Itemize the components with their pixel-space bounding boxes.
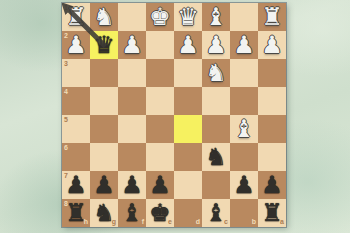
- square-g4[interactable]: [90, 87, 118, 115]
- square-d6[interactable]: [174, 143, 202, 171]
- square-h5[interactable]: 5: [62, 115, 90, 143]
- square-h7[interactable]: 7♟: [62, 171, 90, 199]
- square-e6[interactable]: [146, 143, 174, 171]
- square-d2[interactable]: ♟: [174, 31, 202, 59]
- square-e1[interactable]: ♚: [146, 3, 174, 31]
- square-d1[interactable]: ♛: [174, 3, 202, 31]
- square-e7[interactable]: ♟: [146, 171, 174, 199]
- piece-bB-f8[interactable]: ♝: [118, 199, 146, 227]
- square-h1[interactable]: 1♜: [62, 3, 90, 31]
- square-g3[interactable]: [90, 59, 118, 87]
- square-f2[interactable]: ♟: [118, 31, 146, 59]
- square-b4[interactable]: [230, 87, 258, 115]
- square-c3[interactable]: ♞: [202, 59, 230, 87]
- square-d7[interactable]: [174, 171, 202, 199]
- square-c1[interactable]: ♝: [202, 3, 230, 31]
- square-a6[interactable]: [258, 143, 286, 171]
- rank-label-3: 3: [64, 60, 68, 68]
- square-b2[interactable]: ♟: [230, 31, 258, 59]
- square-b1[interactable]: [230, 3, 258, 31]
- page-background: 1♜♞♚♛♝♜2♟♛♟♟♟♟♟3♞45♝6♞7♟♟♟♟♟♟8h♜g♞f♝e♚dc…: [0, 0, 350, 233]
- square-f1[interactable]: [118, 3, 146, 31]
- piece-bR-h8[interactable]: ♜: [62, 199, 90, 227]
- piece-wP-d2[interactable]: ♟: [174, 31, 202, 59]
- piece-wB-c1[interactable]: ♝: [202, 3, 230, 31]
- square-c2[interactable]: ♟: [202, 31, 230, 59]
- square-g6[interactable]: [90, 143, 118, 171]
- file-label-d: d: [196, 218, 200, 226]
- square-f8[interactable]: f♝: [118, 199, 146, 227]
- square-g1[interactable]: ♞: [90, 3, 118, 31]
- square-c8[interactable]: c♝: [202, 199, 230, 227]
- square-b8[interactable]: b: [230, 199, 258, 227]
- square-a5[interactable]: [258, 115, 286, 143]
- square-b6[interactable]: [230, 143, 258, 171]
- square-d4[interactable]: [174, 87, 202, 115]
- square-h6[interactable]: 6: [62, 143, 90, 171]
- square-b7[interactable]: ♟: [230, 171, 258, 199]
- chess-board[interactable]: 1♜♞♚♛♝♜2♟♛♟♟♟♟♟3♞45♝6♞7♟♟♟♟♟♟8h♜g♞f♝e♚dc…: [62, 3, 286, 227]
- square-f5[interactable]: [118, 115, 146, 143]
- piece-wB-b5[interactable]: ♝: [230, 115, 258, 143]
- piece-wP-b2[interactable]: ♟: [230, 31, 258, 59]
- square-e4[interactable]: [146, 87, 174, 115]
- square-c4[interactable]: [202, 87, 230, 115]
- square-d3[interactable]: [174, 59, 202, 87]
- square-a8[interactable]: a♜: [258, 199, 286, 227]
- square-h4[interactable]: 4: [62, 87, 90, 115]
- rank-label-4: 4: [64, 88, 68, 96]
- piece-bQ-g2[interactable]: ♛: [90, 31, 118, 59]
- square-a7[interactable]: ♟: [258, 171, 286, 199]
- piece-bR-a8[interactable]: ♜: [258, 199, 286, 227]
- square-g8[interactable]: g♞: [90, 199, 118, 227]
- square-h3[interactable]: 3: [62, 59, 90, 87]
- piece-bP-b7[interactable]: ♟: [230, 171, 258, 199]
- square-b5[interactable]: ♝: [230, 115, 258, 143]
- piece-bP-e7[interactable]: ♟: [146, 171, 174, 199]
- square-d5[interactable]: [174, 115, 202, 143]
- piece-wN-c3[interactable]: ♞: [202, 59, 230, 87]
- piece-bP-f7[interactable]: ♟: [118, 171, 146, 199]
- square-f3[interactable]: [118, 59, 146, 87]
- square-g7[interactable]: ♟: [90, 171, 118, 199]
- rank-label-6: 6: [64, 144, 68, 152]
- piece-wR-a1[interactable]: ♜: [258, 3, 286, 31]
- square-e3[interactable]: [146, 59, 174, 87]
- square-e2[interactable]: [146, 31, 174, 59]
- square-d8[interactable]: d: [174, 199, 202, 227]
- square-e5[interactable]: [146, 115, 174, 143]
- square-e8[interactable]: e♚: [146, 199, 174, 227]
- piece-wN-g1[interactable]: ♞: [90, 3, 118, 31]
- square-h2[interactable]: 2♟: [62, 31, 90, 59]
- piece-wP-f2[interactable]: ♟: [118, 31, 146, 59]
- square-h8[interactable]: 8h♜: [62, 199, 90, 227]
- square-f7[interactable]: ♟: [118, 171, 146, 199]
- square-c7[interactable]: [202, 171, 230, 199]
- piece-wK-e1[interactable]: ♚: [146, 3, 174, 31]
- square-g2[interactable]: ♛: [90, 31, 118, 59]
- square-f6[interactable]: [118, 143, 146, 171]
- square-f4[interactable]: [118, 87, 146, 115]
- square-a4[interactable]: [258, 87, 286, 115]
- piece-wP-c2[interactable]: ♟: [202, 31, 230, 59]
- piece-bN-c6[interactable]: ♞: [202, 143, 230, 171]
- piece-bB-c8[interactable]: ♝: [202, 199, 230, 227]
- square-b3[interactable]: [230, 59, 258, 87]
- square-c5[interactable]: [202, 115, 230, 143]
- piece-bP-h7[interactable]: ♟: [62, 171, 90, 199]
- square-a2[interactable]: ♟: [258, 31, 286, 59]
- rank-label-5: 5: [64, 116, 68, 124]
- square-c6[interactable]: ♞: [202, 143, 230, 171]
- square-a1[interactable]: ♜: [258, 3, 286, 31]
- piece-wR-h1[interactable]: ♜: [62, 3, 90, 31]
- piece-bP-a7[interactable]: ♟: [258, 171, 286, 199]
- square-a3[interactable]: [258, 59, 286, 87]
- piece-bK-e8[interactable]: ♚: [146, 199, 174, 227]
- piece-wP-h2[interactable]: ♟: [62, 31, 90, 59]
- piece-bP-g7[interactable]: ♟: [90, 171, 118, 199]
- piece-wP-a2[interactable]: ♟: [258, 31, 286, 59]
- piece-bN-g8[interactable]: ♞: [90, 199, 118, 227]
- file-label-b: b: [252, 218, 256, 226]
- square-g5[interactable]: [90, 115, 118, 143]
- piece-wQ-d1[interactable]: ♛: [174, 3, 202, 31]
